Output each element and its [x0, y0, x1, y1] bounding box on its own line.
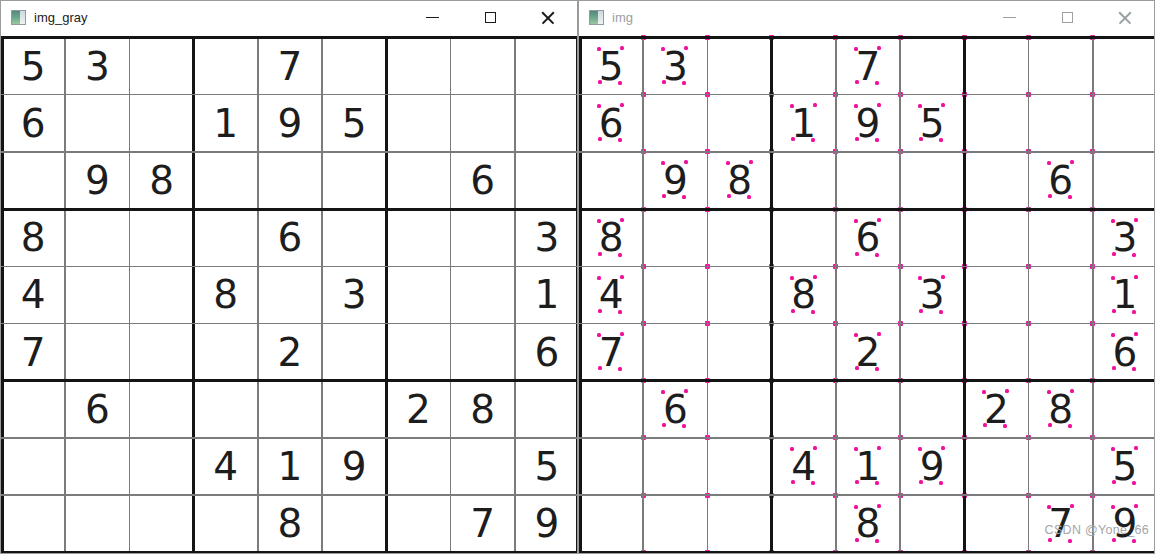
digit-corner-dot	[682, 81, 686, 85]
sudoku-cell	[129, 209, 193, 266]
sudoku-cell	[579, 495, 643, 552]
sudoku-digit: 8	[791, 275, 816, 314]
image-icon	[589, 10, 604, 25]
digit-corner-dot	[1111, 276, 1115, 280]
digit-corner-dot	[682, 424, 686, 428]
digit-corner-dot	[1070, 504, 1074, 508]
sudoku-cell	[194, 323, 258, 380]
sudoku-cell	[129, 438, 193, 495]
sudoku-digit: 5	[599, 47, 624, 86]
digit-corner-dot	[1070, 160, 1074, 164]
digit-corner-dot	[1134, 332, 1138, 336]
image-icon	[11, 10, 26, 25]
close-button[interactable]	[1096, 1, 1154, 34]
image-icon-right	[20, 11, 25, 24]
sudoku-cell	[1029, 95, 1093, 152]
sudoku-cell	[194, 209, 258, 266]
sudoku-cell	[322, 209, 386, 266]
sudoku-cell	[964, 438, 1028, 495]
sudoku-cell	[451, 95, 515, 152]
digit-corner-dot	[597, 219, 601, 223]
digit-corner-dot	[662, 423, 666, 427]
sudoku-digit: 8	[149, 161, 174, 200]
sudoku-cell	[65, 266, 129, 323]
sudoku-cell	[322, 381, 386, 438]
digit-corner-dot	[791, 309, 795, 313]
digit-corner-dot	[939, 481, 943, 485]
sudoku-cell: 1	[515, 266, 578, 323]
maximize-button[interactable]	[1038, 1, 1096, 34]
sudoku-cell	[707, 438, 771, 495]
digit-corner-dot	[918, 447, 922, 451]
sudoku-cell	[194, 381, 258, 438]
digit-corner-dot	[1005, 389, 1009, 393]
digit-corner-dot	[618, 310, 622, 314]
sudoku-cell	[707, 209, 771, 266]
digit-corner-dot	[1112, 252, 1116, 256]
sudoku-cell: 5	[900, 95, 964, 152]
sudoku-cell	[836, 152, 900, 209]
digit-corner-dot	[662, 80, 666, 84]
digit-corner-dot	[791, 480, 795, 484]
sudoku-cell	[772, 152, 836, 209]
sudoku-digit: 1	[856, 447, 881, 486]
sudoku-digit: 6	[85, 390, 110, 429]
sudoku-cell	[1, 438, 65, 495]
sudoku-cell	[386, 438, 450, 495]
sudoku-cell: 4	[1, 266, 65, 323]
digit-corner-dot	[598, 80, 602, 84]
sudoku-cell	[900, 495, 964, 552]
digit-corner-dot	[661, 390, 665, 394]
sudoku-cell	[129, 495, 193, 552]
sudoku-cell	[1, 381, 65, 438]
digit-corner-dot	[1048, 423, 1052, 427]
sudoku-cell	[707, 323, 771, 380]
maximize-button[interactable]	[461, 1, 519, 34]
digit-corner-dot	[598, 137, 602, 141]
sudoku-cell: 2	[258, 323, 322, 380]
digit-corner-dot	[747, 195, 751, 199]
digit-corner-dot	[875, 539, 879, 543]
sudoku-digit: 3	[534, 218, 559, 257]
sudoku-cell: 8	[1029, 381, 1093, 438]
sudoku-cell	[1029, 438, 1093, 495]
sudoku-digit: 6	[856, 218, 881, 257]
sudoku-cell	[643, 95, 707, 152]
sudoku-cell: 9	[65, 152, 129, 209]
sudoku-cell: 2	[836, 323, 900, 380]
digit-corner-dot	[598, 252, 602, 256]
digit-corner-dot	[1047, 505, 1051, 509]
digit-corner-dot	[727, 194, 731, 198]
minimize-button[interactable]	[403, 1, 461, 34]
sudoku-digit: 1	[791, 104, 816, 143]
sudoku-cell	[386, 495, 450, 552]
sudoku-cell	[643, 438, 707, 495]
digit-corner-dot	[877, 446, 881, 450]
sudoku-cell: 4	[772, 438, 836, 495]
digit-corner-dot	[1111, 333, 1115, 337]
digit-corner-dot	[919, 480, 923, 484]
sudoku-cell: 3	[1093, 209, 1155, 266]
sudoku-cell	[386, 38, 450, 95]
sudoku-cell	[579, 152, 643, 209]
image-icon-left	[590, 11, 598, 24]
window-title: img	[612, 10, 633, 25]
digit-corner-dot	[854, 505, 858, 509]
sudoku-digit: 9	[920, 447, 945, 486]
sudoku-cell: 6	[1029, 152, 1093, 209]
digit-corner-dot	[983, 423, 987, 427]
sudoku-cell	[386, 266, 450, 323]
sudoku-cell	[129, 95, 193, 152]
sudoku-cell	[386, 152, 450, 209]
sudoku-cell: 9	[836, 95, 900, 152]
digit-corner-dot	[877, 332, 881, 336]
maximize-icon	[485, 12, 496, 23]
sudoku-digit: 8	[213, 275, 238, 314]
digit-corner-dot	[1132, 367, 1136, 371]
sudoku-digit: 1	[1112, 275, 1137, 314]
digit-corner-dot	[877, 103, 881, 107]
digit-corner-dot	[918, 104, 922, 108]
digit-corner-dot	[620, 275, 624, 279]
sudoku-cell	[707, 495, 771, 552]
sudoku-cell: 7	[258, 38, 322, 95]
digit-corner-dot	[597, 333, 601, 337]
sudoku-cell	[964, 323, 1028, 380]
digit-corner-dot	[919, 309, 923, 313]
sudoku-digit: 7	[470, 504, 495, 543]
digit-corner-dot	[661, 161, 665, 165]
digit-corner-dot	[854, 104, 858, 108]
sudoku-board-corners: 537619598686348317266284195879	[579, 34, 1155, 554]
sudoku-digit: 8	[856, 504, 881, 543]
sudoku-cell: 3	[900, 266, 964, 323]
sudoku-cell	[65, 95, 129, 152]
digit-corner-dot	[790, 104, 794, 108]
sudoku-cell: 8	[707, 152, 771, 209]
sudoku-cell: 4	[579, 266, 643, 323]
digit-corner-dot	[854, 333, 858, 337]
window-img-gray: img_gray 537619598686348317266284195879	[0, 0, 578, 554]
sudoku-digit: 3	[1112, 218, 1137, 257]
digit-corner-dot	[1047, 390, 1051, 394]
sudoku-cell: 6	[451, 152, 515, 209]
sudoku-cell	[322, 152, 386, 209]
sudoku-digit: 3	[663, 47, 688, 86]
sudoku-cell: 7	[451, 495, 515, 552]
sudoku-digit: 3	[920, 275, 945, 314]
digit-corner-dot	[790, 276, 794, 280]
sudoku-cell	[643, 495, 707, 552]
digit-corner-dot	[618, 253, 622, 257]
sudoku-cell	[964, 209, 1028, 266]
sudoku-cell: 1	[836, 438, 900, 495]
digit-corner-dot	[877, 46, 881, 50]
digit-corner-dot	[1068, 195, 1072, 199]
digit-corner-dot	[875, 481, 879, 485]
digit-corner-dot	[1134, 446, 1138, 450]
digit-corner-dot	[597, 276, 601, 280]
sudoku-cell: 1	[772, 95, 836, 152]
sudoku-digit: 8	[599, 218, 624, 257]
sudoku-cell: 5	[322, 95, 386, 152]
image-icon-left	[12, 11, 20, 24]
digit-corner-dot	[597, 104, 601, 108]
digit-corner-dot	[919, 137, 923, 141]
sudoku-digit: 1	[534, 275, 559, 314]
sudoku-board-gray: 537619598686348317266284195879	[1, 34, 578, 554]
digit-corner-dot	[1112, 480, 1116, 484]
sudoku-cell	[451, 209, 515, 266]
sudoku-cell	[194, 495, 258, 552]
sudoku-cell: 3	[515, 209, 578, 266]
sudoku-digit: 9	[85, 161, 110, 200]
sudoku-digit: 7	[599, 333, 624, 372]
sudoku-digit: 3	[85, 47, 110, 86]
sudoku-grid: 537619598686348317266284195879	[1, 38, 578, 553]
sudoku-cell: 8	[772, 266, 836, 323]
sudoku-cell: 2	[964, 381, 1028, 438]
sudoku-cell	[964, 38, 1028, 95]
sudoku-cell	[772, 209, 836, 266]
sudoku-digit: 5	[21, 47, 46, 86]
window-title: img_gray	[34, 10, 87, 25]
titlebar[interactable]: img	[579, 1, 1154, 34]
sudoku-digit: 5	[1112, 447, 1137, 486]
sudoku-cell	[579, 438, 643, 495]
sudoku-cell: 1	[1093, 266, 1155, 323]
sudoku-cell	[643, 323, 707, 380]
sudoku-cell	[322, 38, 386, 95]
sudoku-digit: 4	[791, 447, 816, 486]
digit-corner-dot	[982, 390, 986, 394]
image-icon-right	[598, 11, 603, 24]
sudoku-cell	[1029, 266, 1093, 323]
sudoku-digit: 5	[920, 104, 945, 143]
digit-corner-dot	[684, 46, 688, 50]
sudoku-digit: 5	[534, 447, 559, 486]
digit-corner-dot	[813, 446, 817, 450]
minimize-button[interactable]	[980, 1, 1038, 34]
digit-corner-dot	[682, 195, 686, 199]
sudoku-cell: 3	[643, 38, 707, 95]
sudoku-cell	[900, 38, 964, 95]
digit-corner-dot	[618, 367, 622, 371]
digit-corner-dot	[1132, 310, 1136, 314]
sudoku-cell: 6	[1, 95, 65, 152]
sudoku-cell	[900, 381, 964, 438]
digit-corner-dot	[939, 138, 943, 142]
digit-corner-dot	[1111, 505, 1115, 509]
sudoku-cell: 6	[65, 381, 129, 438]
sudoku-cell	[772, 381, 836, 438]
digit-corner-dot	[1068, 539, 1072, 543]
digit-corner-dot	[790, 447, 794, 451]
sudoku-cell: 5	[515, 438, 578, 495]
digit-corner-dot	[813, 275, 817, 279]
sudoku-cell: 6	[1093, 323, 1155, 380]
digit-corner-dot	[813, 103, 817, 107]
sudoku-cell	[579, 381, 643, 438]
sudoku-digit: 5	[342, 104, 367, 143]
digit-corner-dot	[618, 81, 622, 85]
digit-corner-dot	[1048, 194, 1052, 198]
sudoku-digit: 7	[21, 333, 46, 372]
sudoku-cell	[515, 381, 578, 438]
digit-corner-dot	[1111, 219, 1115, 223]
sudoku-cell	[964, 95, 1028, 152]
sudoku-digit: 1	[213, 104, 238, 143]
digit-corner-dot	[620, 218, 624, 222]
digit-corner-dot	[855, 252, 859, 256]
digit-corner-dot	[855, 80, 859, 84]
digit-corner-dot	[1047, 161, 1051, 165]
sudoku-digit: 8	[278, 504, 303, 543]
sudoku-cell: 8	[579, 209, 643, 266]
sudoku-cell: 1	[258, 438, 322, 495]
sudoku-cell	[129, 266, 193, 323]
sudoku-cell	[258, 266, 322, 323]
sudoku-cell	[900, 209, 964, 266]
digit-corner-dot	[620, 332, 624, 336]
digit-corner-dot	[1112, 538, 1116, 542]
sudoku-digit: 6	[663, 390, 688, 429]
window-controls	[980, 1, 1154, 34]
sudoku-digit: 9	[856, 104, 881, 143]
sudoku-digit: 9	[342, 447, 367, 486]
sudoku-cell	[129, 381, 193, 438]
sudoku-cell: 8	[451, 381, 515, 438]
sudoku-cell: 3	[65, 38, 129, 95]
digit-corner-dot	[1112, 309, 1116, 313]
sudoku-digit: 8	[470, 390, 495, 429]
sudoku-cell	[65, 209, 129, 266]
sudoku-cell: 8	[129, 152, 193, 209]
digit-corner-dot	[726, 161, 730, 165]
digit-corner-dot	[811, 310, 815, 314]
maximize-icon	[1062, 12, 1073, 23]
sudoku-cell	[65, 495, 129, 552]
sudoku-digit: 2	[406, 390, 431, 429]
sudoku-cell	[1093, 38, 1155, 95]
digit-corner-dot	[1068, 424, 1072, 428]
sudoku-cell	[1, 152, 65, 209]
sudoku-digit: 2	[984, 390, 1009, 429]
close-button[interactable]	[519, 1, 577, 34]
sudoku-cell	[515, 38, 578, 95]
sudoku-cell	[515, 95, 578, 152]
sudoku-cell: 8	[836, 495, 900, 552]
digit-corner-dot	[1132, 539, 1136, 543]
watermark: CSDN @Yone_66	[1045, 523, 1149, 537]
sudoku-digit: 6	[1048, 161, 1073, 200]
digit-corner-dot	[939, 310, 943, 314]
digit-corner-dot	[1111, 447, 1115, 451]
sudoku-digit: 6	[21, 104, 46, 143]
sudoku-cell: 7	[836, 38, 900, 95]
sudoku-digit: 1	[278, 447, 303, 486]
sudoku-cell: 9	[900, 438, 964, 495]
digit-corner-dot	[854, 219, 858, 223]
window-img: img 537619598686348317266284195879 CSDN …	[578, 0, 1155, 554]
titlebar[interactable]: img_gray	[1, 1, 577, 34]
sudoku-cell	[1093, 381, 1155, 438]
sudoku-digit: 6	[1112, 333, 1137, 372]
sudoku-cell	[386, 323, 450, 380]
sudoku-cell	[707, 266, 771, 323]
digit-corner-dot	[941, 446, 945, 450]
sudoku-cell	[451, 38, 515, 95]
sudoku-cell	[900, 323, 964, 380]
sudoku-cell	[129, 38, 193, 95]
sudoku-cell	[515, 152, 578, 209]
digit-corner-dot	[1134, 504, 1138, 508]
sudoku-cell: 9	[322, 438, 386, 495]
digit-corner-dot	[662, 194, 666, 198]
sudoku-cell	[707, 38, 771, 95]
sudoku-cell	[1093, 95, 1155, 152]
digit-corner-dot	[877, 218, 881, 222]
sudoku-cell	[772, 495, 836, 552]
digit-corner-dot	[684, 160, 688, 164]
digit-corner-dot	[877, 504, 881, 508]
digit-corner-dot	[918, 276, 922, 280]
sudoku-cell	[386, 95, 450, 152]
sudoku-cell	[451, 438, 515, 495]
digit-corner-dot	[854, 447, 858, 451]
window-controls	[403, 1, 577, 34]
sudoku-cell	[129, 323, 193, 380]
sudoku-cell: 5	[1093, 438, 1155, 495]
digit-corner-dot	[941, 103, 945, 107]
sudoku-cell	[258, 381, 322, 438]
digit-corner-dot	[1134, 275, 1138, 279]
sudoku-digit: 8	[21, 218, 46, 257]
sudoku-digit: 6	[599, 104, 624, 143]
sudoku-digit: 6	[278, 218, 303, 257]
sudoku-cell: 8	[194, 266, 258, 323]
digit-corner-dot	[811, 481, 815, 485]
digit-corner-dot	[597, 47, 601, 51]
sudoku-cell: 2	[386, 381, 450, 438]
sudoku-cell	[772, 323, 836, 380]
sudoku-cell	[964, 152, 1028, 209]
digit-corner-dot	[855, 137, 859, 141]
sudoku-digit: 4	[599, 275, 624, 314]
sudoku-digit: 6	[534, 333, 559, 372]
sudoku-cell	[194, 152, 258, 209]
digit-corner-dot	[749, 160, 753, 164]
digit-corner-dot	[1048, 538, 1052, 542]
sudoku-cell: 5	[579, 38, 643, 95]
sudoku-cell	[836, 266, 900, 323]
sudoku-cell	[964, 266, 1028, 323]
digit-corner-dot	[941, 275, 945, 279]
sudoku-digit: 7	[278, 47, 303, 86]
sudoku-cell	[322, 495, 386, 552]
digit-corner-dot	[620, 103, 624, 107]
sudoku-cell: 6	[579, 95, 643, 152]
digit-corner-dot	[875, 253, 879, 257]
sudoku-cell	[1, 495, 65, 552]
sudoku-cell: 1	[194, 95, 258, 152]
screen: img_gray 537619598686348317266284195879 …	[0, 0, 1155, 554]
sudoku-cell	[65, 438, 129, 495]
digit-corner-dot	[661, 47, 665, 51]
